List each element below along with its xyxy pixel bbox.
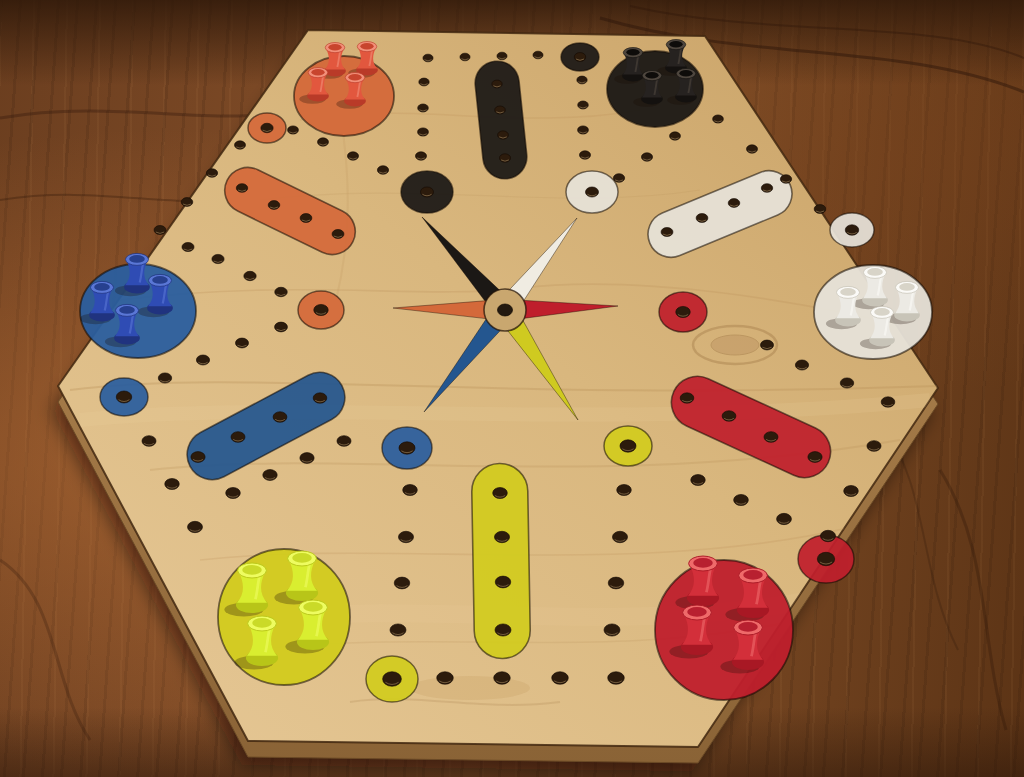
photo-of-board [0, 0, 1024, 777]
start-circle-red[interactable] [655, 560, 793, 700]
center-hole[interactable] [498, 304, 513, 316]
aggravation-board [0, 0, 1024, 777]
table-grain-line [0, 560, 90, 740]
table-grain-line [940, 470, 1006, 730]
